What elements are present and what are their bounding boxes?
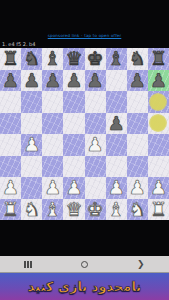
square-f7[interactable] bbox=[106, 70, 127, 92]
square-h2[interactable]: ♟ bbox=[148, 177, 169, 199]
legal-move-dot[interactable] bbox=[149, 114, 167, 132]
white-queen: ♛ bbox=[65, 199, 82, 220]
square-d7[interactable]: ♟ bbox=[63, 70, 84, 92]
square-e2[interactable] bbox=[85, 177, 106, 199]
white-king: ♚ bbox=[87, 199, 104, 220]
white-knight: ♞ bbox=[23, 199, 40, 220]
white-rook: ♜ bbox=[150, 199, 167, 220]
square-e6[interactable] bbox=[85, 91, 106, 113]
ad-banner[interactable]: نامحدود بازی کنید bbox=[0, 273, 169, 300]
square-g2[interactable]: ♟ bbox=[127, 177, 148, 199]
square-f8[interactable]: ♝ bbox=[106, 48, 127, 70]
white-pawn: ♟ bbox=[2, 177, 19, 198]
lower-spacer bbox=[0, 220, 169, 256]
square-e5[interactable] bbox=[85, 113, 106, 135]
black-bishop: ♝ bbox=[108, 48, 125, 69]
square-h5[interactable] bbox=[148, 113, 169, 135]
square-b5[interactable] bbox=[21, 113, 42, 135]
white-bishop: ♝ bbox=[44, 199, 61, 220]
square-c4[interactable] bbox=[42, 134, 63, 156]
banner-text: نامحدود بازی کنید bbox=[28, 279, 141, 294]
square-h8[interactable]: ♜ bbox=[148, 48, 169, 70]
black-knight: ♞ bbox=[23, 48, 40, 69]
white-pawn: ♟ bbox=[150, 177, 167, 198]
square-d4[interactable] bbox=[63, 134, 84, 156]
square-b1[interactable]: ♞ bbox=[21, 199, 42, 221]
square-e7[interactable]: ♟ bbox=[85, 70, 106, 92]
square-b8[interactable]: ♞ bbox=[21, 48, 42, 70]
square-g5[interactable] bbox=[127, 113, 148, 135]
square-f5[interactable]: ♟ bbox=[106, 113, 127, 135]
square-c2[interactable]: ♟ bbox=[42, 177, 63, 199]
top-ad-header: sponsored link - tap to open offer 1. e4… bbox=[0, 0, 169, 48]
square-d8[interactable]: ♛ bbox=[63, 48, 84, 70]
square-b6[interactable] bbox=[21, 91, 42, 113]
square-c1[interactable]: ♝ bbox=[42, 199, 63, 221]
square-c8[interactable]: ♝ bbox=[42, 48, 63, 70]
square-e1[interactable]: ♚ bbox=[85, 199, 106, 221]
black-pawn: ♟ bbox=[87, 70, 104, 91]
black-pawn: ♟ bbox=[65, 70, 82, 91]
white-pawn: ♟ bbox=[87, 134, 104, 155]
black-queen: ♛ bbox=[65, 48, 82, 69]
white-rook: ♜ bbox=[2, 199, 19, 220]
white-pawn: ♟ bbox=[129, 177, 146, 198]
recents-icon bbox=[24, 261, 32, 268]
square-h7[interactable]: ♟ bbox=[148, 70, 169, 92]
black-pawn: ♟ bbox=[150, 70, 167, 91]
black-rook: ♜ bbox=[2, 48, 19, 69]
ad-link[interactable]: sponsored link - tap to open offer bbox=[0, 33, 169, 38]
android-navbar: ❯ bbox=[0, 256, 169, 273]
square-g6[interactable] bbox=[127, 91, 148, 113]
square-c3[interactable] bbox=[42, 156, 63, 178]
square-d1[interactable]: ♛ bbox=[63, 199, 84, 221]
square-a1[interactable]: ♜ bbox=[0, 199, 21, 221]
black-pawn: ♟ bbox=[129, 70, 146, 91]
square-a7[interactable]: ♟ bbox=[0, 70, 21, 92]
back-button[interactable]: ❯ bbox=[126, 256, 156, 272]
black-pawn: ♟ bbox=[2, 70, 19, 91]
square-f1[interactable]: ♝ bbox=[106, 199, 127, 221]
black-bishop: ♝ bbox=[44, 48, 61, 69]
square-a6[interactable] bbox=[0, 91, 21, 113]
black-pawn: ♟ bbox=[44, 70, 61, 91]
square-c6[interactable] bbox=[42, 91, 63, 113]
square-h4[interactable] bbox=[148, 134, 169, 156]
black-pawn: ♟ bbox=[23, 70, 40, 91]
square-g3[interactable] bbox=[127, 156, 148, 178]
square-a2[interactable]: ♟ bbox=[0, 177, 21, 199]
home-icon bbox=[81, 261, 88, 268]
square-g4[interactable] bbox=[127, 134, 148, 156]
square-h3[interactable] bbox=[148, 156, 169, 178]
square-e4[interactable]: ♟ bbox=[85, 134, 106, 156]
white-pawn: ♟ bbox=[65, 177, 82, 198]
square-a4[interactable] bbox=[0, 134, 21, 156]
square-d3[interactable] bbox=[63, 156, 84, 178]
square-g8[interactable]: ♞ bbox=[127, 48, 148, 70]
white-pawn: ♟ bbox=[44, 177, 61, 198]
white-bishop: ♝ bbox=[108, 199, 125, 220]
move-list-text: 1. e4 f5 2. b4 bbox=[2, 41, 35, 47]
square-a3[interactable] bbox=[0, 156, 21, 178]
square-b3[interactable] bbox=[21, 156, 42, 178]
square-e3[interactable] bbox=[85, 156, 106, 178]
square-c7[interactable]: ♟ bbox=[42, 70, 63, 92]
square-c5[interactable] bbox=[42, 113, 63, 135]
square-d2[interactable]: ♟ bbox=[63, 177, 84, 199]
square-a8[interactable]: ♜ bbox=[0, 48, 21, 70]
back-icon: ❯ bbox=[137, 260, 145, 269]
black-knight: ♞ bbox=[129, 48, 146, 69]
square-b7[interactable]: ♟ bbox=[21, 70, 42, 92]
white-knight: ♞ bbox=[129, 199, 146, 220]
square-f3[interactable] bbox=[106, 156, 127, 178]
square-h1[interactable]: ♜ bbox=[148, 199, 169, 221]
square-f4[interactable] bbox=[106, 134, 127, 156]
recents-button[interactable] bbox=[13, 256, 43, 272]
square-b2[interactable] bbox=[21, 177, 42, 199]
square-f6[interactable] bbox=[106, 91, 127, 113]
white-pawn: ♟ bbox=[23, 134, 40, 155]
chess-board: ♜♞♝♛♚♝♞♜♟♟♟♟♟♟♟♟♟♟♟♟♟♟♟♟♜♞♝♛♚♝♞♜ bbox=[0, 48, 169, 220]
black-rook: ♜ bbox=[150, 48, 167, 69]
square-e8[interactable]: ♚ bbox=[85, 48, 106, 70]
square-g1[interactable]: ♞ bbox=[127, 199, 148, 221]
square-b4[interactable]: ♟ bbox=[21, 134, 42, 156]
white-pawn: ♟ bbox=[108, 177, 125, 198]
home-button[interactable] bbox=[69, 256, 99, 272]
legal-move-dot[interactable] bbox=[149, 93, 167, 111]
black-pawn: ♟ bbox=[108, 113, 125, 134]
square-d6[interactable] bbox=[63, 91, 84, 113]
square-g7[interactable]: ♟ bbox=[127, 70, 148, 92]
square-h6[interactable] bbox=[148, 91, 169, 113]
black-king: ♚ bbox=[87, 48, 104, 69]
square-d5[interactable] bbox=[63, 113, 84, 135]
square-a5[interactable] bbox=[0, 113, 21, 135]
square-f2[interactable]: ♟ bbox=[106, 177, 127, 199]
